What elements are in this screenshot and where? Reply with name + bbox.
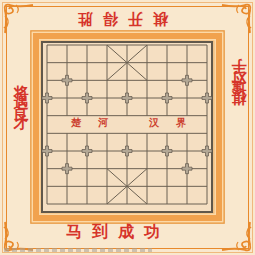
intersection[interactable] (137, 54, 157, 72)
idiom-top: 棋开得胜 (68, 9, 168, 28)
intersection[interactable] (57, 54, 77, 72)
intersection[interactable] (57, 71, 77, 89)
corner-flourish-icon (220, 220, 254, 254)
intersection[interactable] (57, 195, 77, 213)
intersection[interactable] (117, 195, 137, 213)
intersection[interactable] (197, 107, 217, 125)
intersection[interactable] (37, 195, 57, 213)
intersection[interactable] (177, 142, 197, 160)
intersection[interactable] (37, 54, 57, 72)
intersection[interactable] (177, 71, 197, 89)
intersection[interactable] (37, 177, 57, 195)
corner-flourish-icon (220, 1, 254, 35)
intersection[interactable] (77, 54, 97, 72)
intersection[interactable] (197, 177, 217, 195)
intersection[interactable] (97, 71, 117, 89)
intersection[interactable] (77, 142, 97, 160)
intersection[interactable] (157, 195, 177, 213)
intersection[interactable] (57, 142, 77, 160)
intersection[interactable] (157, 142, 177, 160)
intersection[interactable] (177, 89, 197, 107)
intersection[interactable] (97, 160, 117, 178)
intersection[interactable] (157, 36, 177, 54)
intersection[interactable] (157, 160, 177, 178)
intersection[interactable] (77, 177, 97, 195)
board-grid (37, 36, 217, 213)
river-char: 汉 (149, 118, 159, 128)
idiom-left: 将遇良才 (11, 73, 30, 113)
intersection[interactable] (197, 142, 217, 160)
intersection[interactable] (177, 36, 197, 54)
intersection[interactable] (137, 160, 157, 178)
intersection[interactable] (97, 142, 117, 160)
intersection[interactable] (137, 195, 157, 213)
river-label-han-jie: 汉 界 (149, 118, 186, 128)
intersection[interactable] (97, 195, 117, 213)
intersection[interactable] (177, 160, 197, 178)
intersection[interactable] (117, 142, 137, 160)
intersection[interactable] (197, 195, 217, 213)
intersection[interactable] (57, 160, 77, 178)
intersection[interactable] (117, 160, 137, 178)
intersection[interactable] (117, 177, 137, 195)
intersection[interactable] (77, 71, 97, 89)
intersection[interactable] (117, 36, 137, 54)
intersection[interactable] (197, 160, 217, 178)
intersection[interactable] (97, 36, 117, 54)
intersection[interactable] (37, 71, 57, 89)
intersection[interactable] (37, 160, 57, 178)
intersection[interactable] (57, 36, 77, 54)
intersection[interactable] (157, 54, 177, 72)
intersection[interactable] (137, 177, 157, 195)
intersection[interactable] (197, 71, 217, 89)
intersection[interactable] (117, 124, 137, 142)
intersection[interactable] (117, 71, 137, 89)
river-char: 界 (176, 118, 186, 128)
river-label-chu-he: 楚 河 (71, 118, 108, 128)
intersection[interactable] (117, 107, 137, 125)
intersection[interactable] (97, 89, 117, 107)
intersection[interactable] (97, 54, 117, 72)
river-char: 楚 (71, 118, 81, 128)
intersection[interactable] (177, 195, 197, 213)
intersection[interactable] (97, 177, 117, 195)
intersection[interactable] (157, 89, 177, 107)
watermark-strip (4, 248, 152, 252)
intersection[interactable] (197, 124, 217, 142)
intersection[interactable] (37, 142, 57, 160)
intersection[interactable] (77, 160, 97, 178)
intersection[interactable] (137, 89, 157, 107)
intersection[interactable] (77, 195, 97, 213)
corner-flourish-icon (1, 1, 35, 35)
intersection[interactable] (117, 89, 137, 107)
intersection[interactable] (197, 89, 217, 107)
idiom-bottom: 马到成功 (66, 222, 170, 243)
intersection[interactable] (37, 124, 57, 142)
river-char: 河 (98, 118, 108, 128)
intersection[interactable] (177, 177, 197, 195)
intersection[interactable] (57, 177, 77, 195)
xiangqi-scene: 楚 河 汉 界 棋开得胜 马到成功 将遇良才 棋逢对手 (0, 0, 255, 255)
intersection[interactable] (57, 89, 77, 107)
intersection[interactable] (37, 36, 57, 54)
intersection[interactable] (177, 54, 197, 72)
intersection[interactable] (37, 89, 57, 107)
intersection[interactable] (77, 36, 97, 54)
intersection[interactable] (37, 107, 57, 125)
intersection[interactable] (77, 89, 97, 107)
intersection[interactable] (137, 36, 157, 54)
intersection[interactable] (197, 54, 217, 72)
intersection[interactable] (157, 71, 177, 89)
intersection[interactable] (117, 54, 137, 72)
intersection[interactable] (137, 71, 157, 89)
intersection[interactable] (157, 177, 177, 195)
intersection[interactable] (137, 142, 157, 160)
intersection[interactable] (197, 36, 217, 54)
idiom-right: 棋逢对手 (230, 78, 249, 118)
